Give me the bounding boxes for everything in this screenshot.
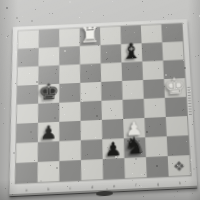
black-knight: ♞: [123, 134, 146, 159]
square-g1: [146, 156, 169, 177]
square-h3: [166, 116, 188, 136]
square-b1: [37, 161, 59, 182]
board-emblem: ❖: [168, 155, 191, 176]
square-e7: [100, 44, 121, 63]
square-f3: ♟: [123, 118, 145, 138]
square-e2: ♟: [102, 138, 124, 159]
square-a8: [18, 30, 39, 49]
square-c3: [59, 121, 80, 141]
square-h1: ❖: [168, 155, 191, 176]
square-g5: [143, 79, 165, 99]
square-f8: [120, 25, 141, 44]
square-d5: [80, 82, 101, 102]
black-bishop: ♝: [121, 40, 143, 63]
white-rook: ♜: [79, 24, 100, 46]
square-e3: [102, 119, 124, 139]
black-pawn: ♟: [40, 123, 58, 142]
square-b2: [38, 141, 60, 162]
white-king: ♚: [164, 75, 187, 98]
square-e1: [103, 158, 125, 179]
square-d8: ♜: [80, 27, 101, 46]
square-b5: ♚: [38, 84, 59, 104]
square-f1: [124, 157, 146, 178]
square-g2: [145, 136, 167, 157]
square-h8: [161, 24, 182, 43]
square-c8: [59, 28, 80, 47]
square-f7: ♝: [121, 43, 142, 62]
chessboard: ♜♝♚♚♟♟♟♞❖ abcdefgh: [9, 19, 197, 196]
square-c6: [59, 64, 80, 83]
square-b4: [38, 103, 59, 123]
square-a2: [16, 142, 38, 163]
square-g6: [142, 61, 164, 80]
brand-text: [187, 87, 192, 116]
square-a6: [17, 66, 38, 85]
square-f6: [122, 62, 143, 81]
photo-background: ♜♝♚♚♟♟♟♞❖ abcdefgh: [0, 0, 200, 200]
black-king: ♚: [38, 80, 60, 103]
square-d6: [80, 63, 101, 82]
square-b7: [39, 47, 60, 66]
square-e6: [101, 62, 122, 81]
square-c1: [59, 160, 81, 181]
square-h5: ♚: [164, 78, 186, 98]
square-h6: [163, 60, 185, 79]
square-a3: [16, 123, 38, 143]
square-c5: [59, 83, 80, 103]
square-d7: [80, 45, 101, 64]
square-g8: [141, 25, 162, 44]
square-e8: [100, 26, 121, 45]
square-d4: [80, 101, 101, 121]
square-a4: [17, 104, 38, 124]
white-pawn: ♟: [125, 119, 143, 138]
square-f2: ♞: [124, 137, 146, 158]
square-a7: [18, 48, 39, 67]
square-h2: [167, 135, 190, 156]
square-g7: [142, 42, 163, 61]
square-c4: [59, 102, 80, 122]
board-rotation-wrapper: ♜♝♚♚♟♟♟♞❖ abcdefgh: [0, 0, 200, 200]
black-pawn: ♟: [104, 139, 122, 159]
square-b6: [38, 65, 59, 84]
square-f5: [122, 80, 144, 100]
square-c7: [59, 46, 80, 65]
square-e5: [101, 81, 122, 101]
square-d3: [81, 120, 103, 140]
board-grid: ♜♝♚♚♟♟♟♞❖: [16, 24, 191, 184]
square-h7: [162, 41, 184, 60]
square-e4: [102, 100, 124, 120]
square-b8: [39, 29, 60, 48]
square-d2: [81, 139, 103, 160]
square-f4: [123, 99, 145, 119]
square-b3: ♟: [38, 122, 59, 142]
square-g3: [144, 117, 166, 137]
square-c2: [59, 140, 81, 161]
square-g4: [144, 98, 166, 118]
square-a5: [17, 85, 38, 105]
square-h4: [165, 97, 187, 117]
square-a1: [16, 162, 38, 183]
square-d1: [81, 159, 103, 180]
